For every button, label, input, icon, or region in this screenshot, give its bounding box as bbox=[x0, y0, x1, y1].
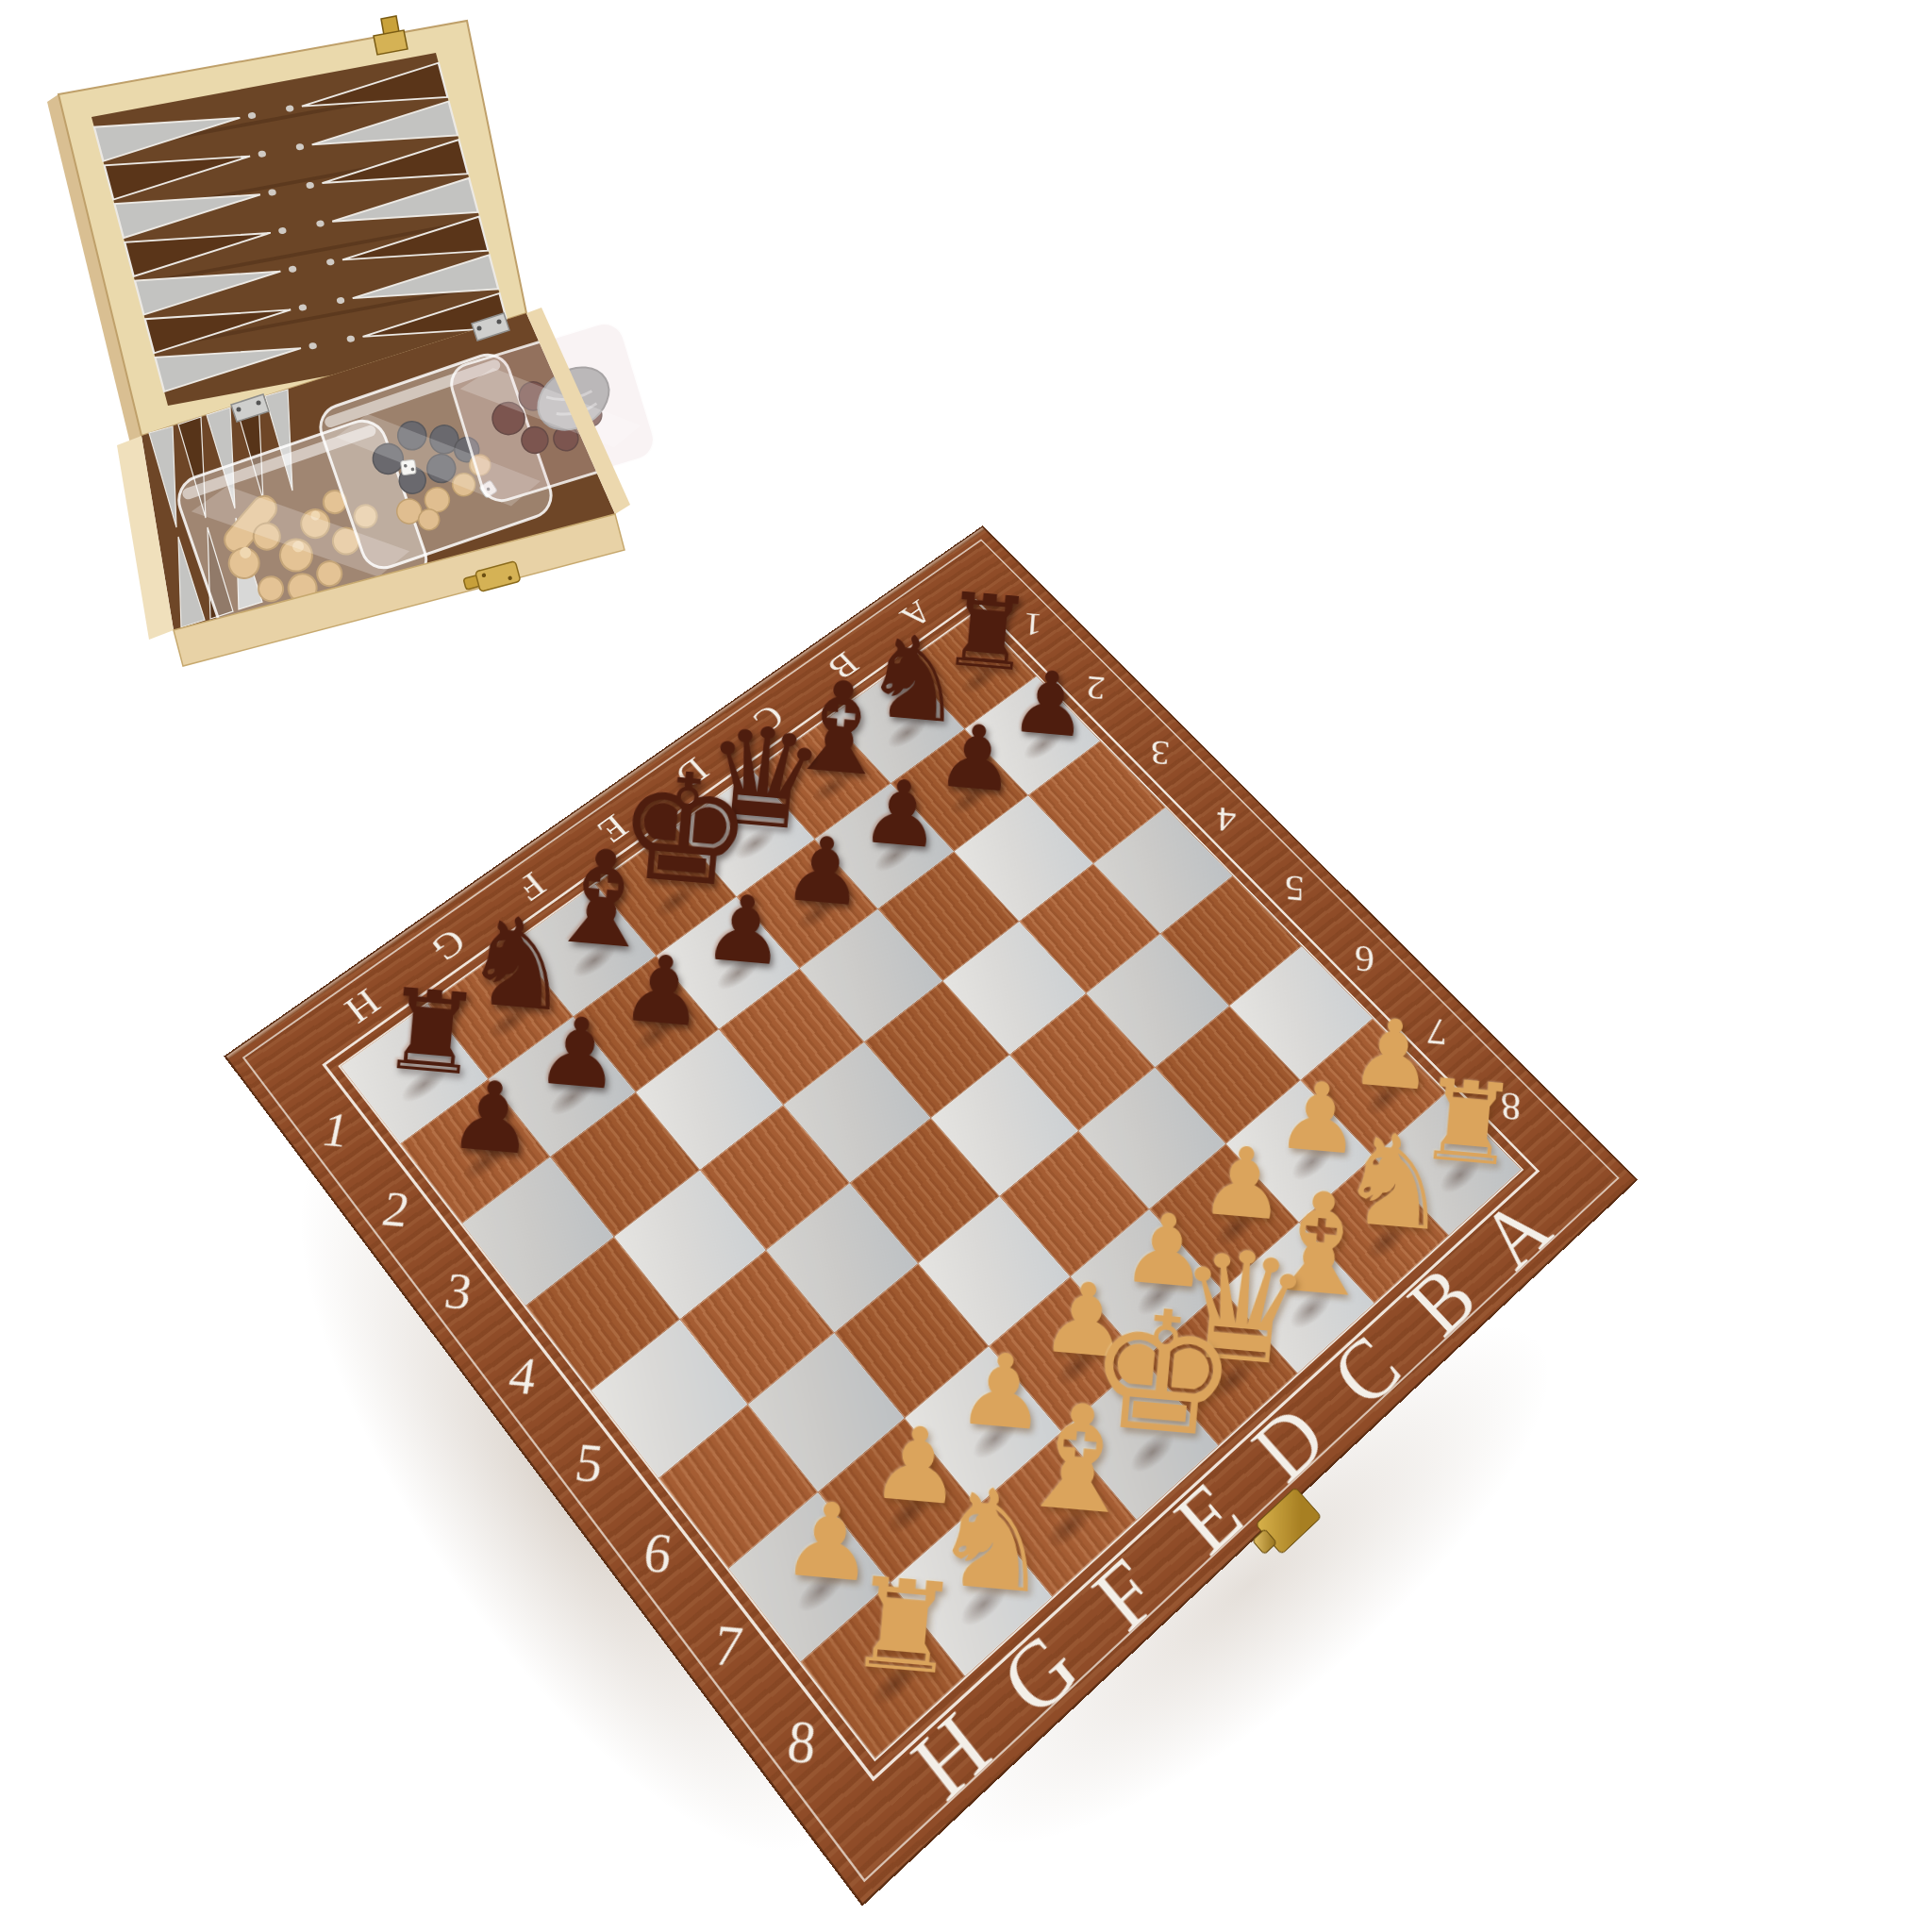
white-rook-glyph: ♜ bbox=[830, 1558, 977, 1694]
chess-board: HGFEDCBAHGFEDCBA1234567812345678♜♞♝♚♛♝♞♜… bbox=[224, 525, 1638, 1907]
black-pawn-glyph: ♟ bbox=[435, 1066, 549, 1171]
board-scene: HGFEDCBAHGFEDCBA1234567812345678♜♞♝♚♛♝♞♜… bbox=[0, 0, 1932, 1932]
chessboard-photo-tilt: HGFEDCBAHGFEDCBA1234567812345678♜♞♝♚♛♝♞♜… bbox=[0, 0, 1932, 1932]
